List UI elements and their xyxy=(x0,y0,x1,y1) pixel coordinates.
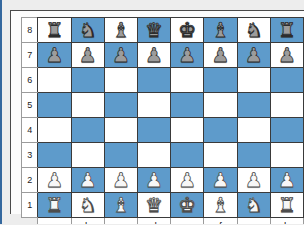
white-bishop-piece[interactable]: ♝ xyxy=(112,193,130,217)
square-c3[interactable] xyxy=(104,143,137,168)
square-h2[interactable]: ♟ xyxy=(270,168,303,193)
square-e3[interactable] xyxy=(171,143,204,168)
square-a6[interactable] xyxy=(38,68,71,93)
square-b4[interactable] xyxy=(71,118,104,143)
square-f1[interactable]: ♝ xyxy=(204,193,237,218)
square-a8[interactable]: ♜ xyxy=(38,18,71,43)
square-g7[interactable]: ♟ xyxy=(237,43,270,68)
white-knight-piece[interactable]: ♞ xyxy=(79,193,97,217)
black-pawn-piece[interactable]: ♟ xyxy=(145,43,163,67)
white-pawn-piece[interactable]: ♟ xyxy=(278,168,296,192)
square-b8[interactable]: ♞ xyxy=(71,18,104,43)
square-e5[interactable] xyxy=(171,93,204,118)
square-f3[interactable] xyxy=(204,143,237,168)
black-pawn-piece[interactable]: ♟ xyxy=(112,43,130,67)
square-f6[interactable] xyxy=(204,68,237,93)
square-d1[interactable]: ♛ xyxy=(137,193,170,218)
rank-label: 6 xyxy=(22,68,38,93)
square-f7[interactable]: ♟ xyxy=(204,43,237,68)
white-pawn-piece[interactable]: ♟ xyxy=(178,168,196,192)
white-rook-piece[interactable]: ♜ xyxy=(46,193,64,217)
square-g2[interactable]: ♟ xyxy=(237,168,270,193)
rank-label: 3 xyxy=(22,143,38,168)
black-pawn-piece[interactable]: ♟ xyxy=(46,43,64,67)
rank-label: 1 xyxy=(22,193,38,218)
black-pawn-piece[interactable]: ♟ xyxy=(178,43,196,67)
file-label: b xyxy=(71,218,104,225)
square-e1[interactable]: ♚ xyxy=(171,193,204,218)
square-e7[interactable]: ♟ xyxy=(171,43,204,68)
square-c7[interactable]: ♟ xyxy=(104,43,137,68)
corner-cell xyxy=(22,218,38,225)
square-b5[interactable] xyxy=(71,93,104,118)
black-knight-piece[interactable]: ♞ xyxy=(245,18,263,42)
square-c4[interactable] xyxy=(104,118,137,143)
square-c6[interactable] xyxy=(104,68,137,93)
square-a1[interactable]: ♜ xyxy=(38,193,71,218)
square-c2[interactable]: ♟ xyxy=(104,168,137,193)
white-pawn-piece[interactable]: ♟ xyxy=(112,168,130,192)
window-left-edge xyxy=(0,0,2,224)
black-king-piece[interactable]: ♚ xyxy=(178,18,196,42)
black-rook-piece[interactable]: ♜ xyxy=(278,18,296,42)
square-c5[interactable] xyxy=(104,93,137,118)
square-d7[interactable]: ♟ xyxy=(137,43,170,68)
square-g6[interactable] xyxy=(237,68,270,93)
square-b6[interactable] xyxy=(71,68,104,93)
square-g5[interactable] xyxy=(237,93,270,118)
square-g3[interactable] xyxy=(237,143,270,168)
square-d2[interactable]: ♟ xyxy=(137,168,170,193)
square-b2[interactable]: ♟ xyxy=(71,168,104,193)
square-d6[interactable] xyxy=(137,68,170,93)
white-knight-piece[interactable]: ♞ xyxy=(245,193,263,217)
square-b1[interactable]: ♞ xyxy=(71,193,104,218)
square-d4[interactable] xyxy=(137,118,170,143)
square-b7[interactable]: ♟ xyxy=(71,43,104,68)
square-h8[interactable]: ♜ xyxy=(270,18,303,43)
square-e6[interactable] xyxy=(171,68,204,93)
square-e2[interactable]: ♟ xyxy=(171,168,204,193)
white-pawn-piece[interactable]: ♟ xyxy=(46,168,64,192)
square-f8[interactable]: ♝ xyxy=(204,18,237,43)
square-a2[interactable]: ♟ xyxy=(38,168,71,193)
square-g8[interactable]: ♞ xyxy=(237,18,270,43)
rank-label: 2 xyxy=(22,168,38,193)
file-label: h xyxy=(270,218,303,225)
white-bishop-piece[interactable]: ♝ xyxy=(211,193,229,217)
rank-label: 5 xyxy=(22,93,38,118)
white-pawn-piece[interactable]: ♟ xyxy=(245,168,263,192)
black-bishop-piece[interactable]: ♝ xyxy=(112,18,130,42)
black-pawn-piece[interactable]: ♟ xyxy=(211,43,229,67)
square-h5[interactable] xyxy=(270,93,303,118)
file-label: e xyxy=(171,218,204,225)
white-king-piece[interactable]: ♚ xyxy=(178,193,196,217)
black-pawn-piece[interactable]: ♟ xyxy=(278,43,296,67)
square-h7[interactable]: ♟ xyxy=(270,43,303,68)
square-g1[interactable]: ♞ xyxy=(237,193,270,218)
square-b3[interactable] xyxy=(71,143,104,168)
white-pawn-piece[interactable]: ♟ xyxy=(145,168,163,192)
white-pawn-piece[interactable]: ♟ xyxy=(211,168,229,192)
file-label: c xyxy=(104,218,137,225)
square-f2[interactable]: ♟ xyxy=(204,168,237,193)
file-label: g xyxy=(237,218,270,225)
file-label: d xyxy=(137,218,170,225)
file-label: f xyxy=(204,218,237,225)
white-queen-piece[interactable]: ♛ xyxy=(145,193,163,217)
square-a5[interactable] xyxy=(38,93,71,118)
black-pawn-piece[interactable]: ♟ xyxy=(245,43,263,67)
black-queen-piece[interactable]: ♛ xyxy=(145,18,163,42)
square-e4[interactable] xyxy=(171,118,204,143)
square-c1[interactable]: ♝ xyxy=(104,193,137,218)
square-e8[interactable]: ♚ xyxy=(171,18,204,43)
rank-label: 4 xyxy=(22,118,38,143)
black-pawn-piece[interactable]: ♟ xyxy=(79,43,97,67)
black-rook-piece[interactable]: ♜ xyxy=(46,18,64,42)
square-d3[interactable] xyxy=(137,143,170,168)
square-g4[interactable] xyxy=(237,118,270,143)
square-h3[interactable] xyxy=(270,143,303,168)
square-c8[interactable]: ♝ xyxy=(104,18,137,43)
black-knight-piece[interactable]: ♞ xyxy=(79,18,97,42)
square-d5[interactable] xyxy=(137,93,170,118)
square-f5[interactable] xyxy=(204,93,237,118)
rank-label: 7 xyxy=(22,43,38,68)
square-a4[interactable] xyxy=(38,118,71,143)
square-h1[interactable]: ♜ xyxy=(270,193,303,218)
square-d8[interactable]: ♛ xyxy=(137,18,170,43)
white-pawn-piece[interactable]: ♟ xyxy=(79,168,97,192)
black-bishop-piece[interactable]: ♝ xyxy=(211,18,229,42)
white-rook-piece[interactable]: ♜ xyxy=(278,193,296,217)
square-h4[interactable] xyxy=(270,118,303,143)
square-a3[interactable] xyxy=(38,143,71,168)
chess-board: 8♜♞♝♛♚♝♞♜7♟♟♟♟♟♟♟♟65432♟♟♟♟♟♟♟♟1♜♞♝♛♚♝♞♜… xyxy=(21,17,304,224)
square-h6[interactable] xyxy=(270,68,303,93)
file-label: a xyxy=(38,218,71,225)
square-f4[interactable] xyxy=(204,118,237,143)
rank-label: 8 xyxy=(22,18,38,43)
square-a7[interactable]: ♟ xyxy=(38,43,71,68)
